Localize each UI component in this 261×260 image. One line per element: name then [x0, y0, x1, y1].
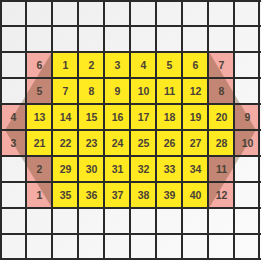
cell-number: 20	[216, 111, 228, 123]
cell-number: 6	[193, 59, 199, 71]
cell-number: 3	[115, 59, 121, 71]
cell-number: 19	[190, 111, 202, 123]
cell-number: 9	[245, 111, 251, 123]
cell-number: 2	[37, 163, 43, 175]
cell-number: 33	[164, 163, 176, 175]
cell-number: 10	[138, 85, 150, 97]
cell-number: 32	[138, 163, 150, 175]
cell-number: 7	[219, 59, 225, 71]
cell-number: 11	[164, 85, 175, 97]
cell-number: 4	[11, 111, 17, 123]
cell-number: 5	[37, 85, 43, 97]
cell-number: 15	[86, 111, 98, 123]
cell-number: 35	[60, 189, 72, 201]
cell-number: 28	[216, 137, 228, 149]
cell-number: 30	[86, 163, 98, 175]
cell-number: 26	[164, 137, 176, 149]
cell-number: 13	[34, 111, 46, 123]
cell-number: 36	[86, 189, 98, 201]
board-svg: 6758493102111121234567891011121314151617…	[0, 0, 261, 260]
cell-number: 21	[34, 137, 46, 149]
cell-number: 3	[11, 137, 17, 149]
cell-number: 16	[112, 111, 124, 123]
cell-number: 29	[60, 163, 72, 175]
cell-number: 12	[190, 85, 202, 97]
cell-number: 22	[60, 137, 72, 149]
cell-number: 7	[63, 85, 69, 97]
cell-number: 9	[115, 85, 121, 97]
cell-number: 1	[63, 59, 69, 71]
cell-number: 18	[164, 111, 176, 123]
cell-number: 27	[190, 137, 202, 149]
cell-number: 4	[141, 59, 147, 71]
cell-number: 24	[112, 137, 124, 149]
cell-number: 31	[112, 163, 124, 175]
cell-number: 11	[216, 163, 227, 175]
cell-number: 2	[89, 59, 95, 71]
cell-number: 1	[37, 189, 43, 201]
cell-number: 23	[86, 137, 98, 149]
cell-number: 34	[190, 163, 202, 175]
cell-number: 14	[60, 111, 72, 123]
cell-number: 12	[216, 189, 228, 201]
cell-number: 25	[138, 137, 150, 149]
cell-number: 8	[219, 85, 225, 97]
board: 6758493102111121234567891011121314151617…	[0, 0, 261, 260]
cell-number: 10	[242, 137, 254, 149]
cell-number: 37	[112, 189, 124, 201]
cell-number: 5	[167, 59, 173, 71]
cell-number: 6	[37, 59, 43, 71]
cell-number: 38	[138, 189, 150, 201]
cell-number: 39	[164, 189, 176, 201]
cell-number: 40	[190, 189, 202, 201]
cell-number: 17	[138, 111, 150, 123]
cell-number: 8	[89, 85, 95, 97]
